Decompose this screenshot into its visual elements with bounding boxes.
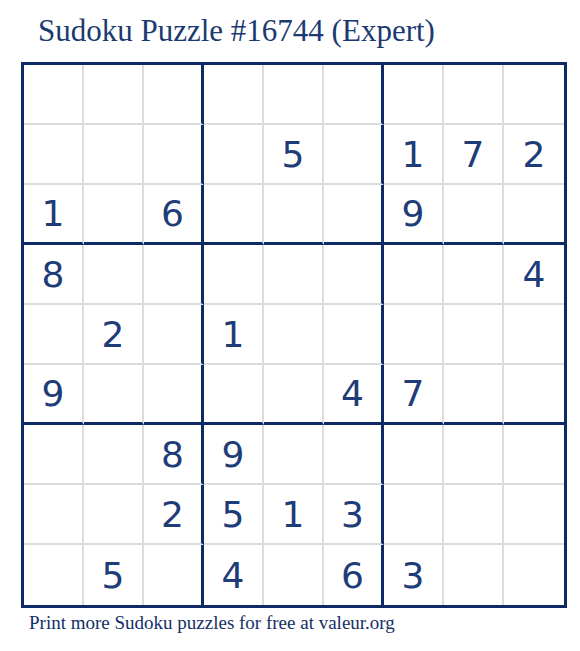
cell-r8c6: 3 (324, 485, 384, 545)
cell-r5c8 (444, 305, 504, 365)
sudoku-board: 517216984219478925135463 (21, 62, 567, 608)
cell-r9c3 (144, 545, 204, 605)
cell-r1c8 (444, 65, 504, 125)
cell-r5c1 (24, 305, 84, 365)
cell-r9c8 (444, 545, 504, 605)
cell-r9c6: 6 (324, 545, 384, 605)
cell-r2c7: 1 (384, 125, 444, 185)
cell-r6c9 (504, 365, 564, 425)
cell-r5c6 (324, 305, 384, 365)
cell-r8c8 (444, 485, 504, 545)
cell-r1c7 (384, 65, 444, 125)
cell-r6c7: 7 (384, 365, 444, 425)
page: Sudoku Puzzle #16744 (Expert) 5172169842… (0, 0, 580, 651)
cell-r6c8 (444, 365, 504, 425)
cell-r3c1: 1 (24, 185, 84, 245)
cell-r4c5 (264, 245, 324, 305)
cell-r1c2 (84, 65, 144, 125)
cell-r7c5 (264, 425, 324, 485)
cell-r1c5 (264, 65, 324, 125)
cell-r8c3: 2 (144, 485, 204, 545)
cell-r4c8 (444, 245, 504, 305)
cell-r7c4: 9 (204, 425, 264, 485)
cell-r2c2 (84, 125, 144, 185)
cell-r4c1: 8 (24, 245, 84, 305)
cell-r5c5 (264, 305, 324, 365)
cell-r5c2: 2 (84, 305, 144, 365)
cell-r3c5 (264, 185, 324, 245)
cell-r6c4 (204, 365, 264, 425)
cell-r4c6 (324, 245, 384, 305)
cell-r3c4 (204, 185, 264, 245)
cell-r8c2 (84, 485, 144, 545)
cell-r9c1 (24, 545, 84, 605)
cell-r2c8: 7 (444, 125, 504, 185)
cell-r1c4 (204, 65, 264, 125)
cell-r1c3 (144, 65, 204, 125)
cell-r4c2 (84, 245, 144, 305)
cell-r4c4 (204, 245, 264, 305)
cell-r7c2 (84, 425, 144, 485)
cell-r1c1 (24, 65, 84, 125)
puzzle-title: Sudoku Puzzle #16744 (Expert) (38, 13, 435, 49)
cell-r8c5: 1 (264, 485, 324, 545)
cell-r2c1 (24, 125, 84, 185)
cell-r7c7 (384, 425, 444, 485)
cell-r9c4: 4 (204, 545, 264, 605)
cell-r3c7: 9 (384, 185, 444, 245)
cell-r4c7 (384, 245, 444, 305)
cell-r1c6 (324, 65, 384, 125)
cell-r9c5 (264, 545, 324, 605)
cell-r8c1 (24, 485, 84, 545)
footer-note: Print more Sudoku puzzles for free at va… (29, 612, 395, 634)
cell-r4c3 (144, 245, 204, 305)
cell-r6c3 (144, 365, 204, 425)
cell-r8c4: 5 (204, 485, 264, 545)
cell-r6c6: 4 (324, 365, 384, 425)
cell-r2c3 (144, 125, 204, 185)
cell-r9c2: 5 (84, 545, 144, 605)
cell-r1c9 (504, 65, 564, 125)
cell-r3c3: 6 (144, 185, 204, 245)
cell-r9c7: 3 (384, 545, 444, 605)
cell-r4c9: 4 (504, 245, 564, 305)
cell-r3c8 (444, 185, 504, 245)
cell-r7c3: 8 (144, 425, 204, 485)
cell-r7c8 (444, 425, 504, 485)
cell-r8c7 (384, 485, 444, 545)
cell-r7c6 (324, 425, 384, 485)
cell-r2c4 (204, 125, 264, 185)
cell-r2c5: 5 (264, 125, 324, 185)
cell-r3c2 (84, 185, 144, 245)
cell-r5c3 (144, 305, 204, 365)
cell-r7c9 (504, 425, 564, 485)
cell-r9c9 (504, 545, 564, 605)
cell-r6c2 (84, 365, 144, 425)
cell-r6c1: 9 (24, 365, 84, 425)
cell-r2c6 (324, 125, 384, 185)
cell-r3c6 (324, 185, 384, 245)
cell-r2c9: 2 (504, 125, 564, 185)
cell-r5c9 (504, 305, 564, 365)
cell-r5c4: 1 (204, 305, 264, 365)
cell-r5c7 (384, 305, 444, 365)
cell-r3c9 (504, 185, 564, 245)
cell-r6c5 (264, 365, 324, 425)
cell-r7c1 (24, 425, 84, 485)
cell-r8c9 (504, 485, 564, 545)
